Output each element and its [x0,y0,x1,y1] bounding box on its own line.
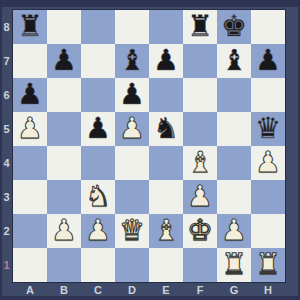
piece-white-king: ♚ [187,214,213,247]
piece-white-pawn: ♟ [119,112,145,145]
square-a4[interactable] [13,146,47,180]
square-a7[interactable] [13,44,47,78]
square-e5[interactable]: ♞ [149,112,183,146]
file-label-b: B [47,282,81,298]
square-b4[interactable] [47,146,81,180]
square-c2[interactable]: ♟ [81,214,115,248]
square-e3[interactable] [149,180,183,214]
piece-white-pawn: ♟ [51,214,77,247]
piece-black-pawn: ♟ [51,44,77,77]
piece-black-bishop: ♝ [221,44,247,77]
square-a2[interactable] [13,214,47,248]
square-f1[interactable] [183,248,217,282]
piece-black-knight: ♞ [153,112,179,145]
square-a6[interactable]: ♟ [13,78,47,112]
square-h3[interactable] [251,180,285,214]
square-d6[interactable]: ♟ [115,78,149,112]
square-e7[interactable]: ♟ [149,44,183,78]
square-e6[interactable] [149,78,183,112]
piece-white-rook: ♜ [221,248,247,281]
piece-black-king: ♚ [221,10,247,43]
rank-labels: 87654321 [0,10,13,282]
square-g5[interactable] [217,112,251,146]
piece-white-bishop: ♝ [153,214,179,247]
square-h8[interactable] [251,10,285,44]
square-h7[interactable]: ♟ [251,44,285,78]
piece-black-queen: ♛ [255,112,281,145]
square-a3[interactable] [13,180,47,214]
square-b5[interactable] [47,112,81,146]
square-h1[interactable]: ♜ [251,248,285,282]
piece-white-queen: ♛ [119,214,145,247]
rank-label-7: 7 [0,44,13,78]
square-h6[interactable] [251,78,285,112]
square-e4[interactable] [149,146,183,180]
file-labels: ABCDEFGH [13,282,285,298]
square-c6[interactable] [81,78,115,112]
rank-label-4: 4 [0,146,13,180]
piece-black-pawn: ♟ [119,78,145,111]
piece-black-rook: ♜ [17,10,43,43]
square-e2[interactable]: ♝ [149,214,183,248]
square-e1[interactable] [149,248,183,282]
square-f5[interactable] [183,112,217,146]
piece-white-rook: ♜ [255,248,281,281]
file-label-c: C [81,282,115,298]
piece-black-pawn: ♟ [85,112,111,145]
square-b6[interactable] [47,78,81,112]
piece-black-pawn: ♟ [17,78,43,111]
square-c5[interactable]: ♟ [81,112,115,146]
square-a8[interactable]: ♜ [13,10,47,44]
rank-label-3: 3 [0,180,13,214]
square-c4[interactable] [81,146,115,180]
square-e8[interactable] [149,10,183,44]
square-h4[interactable]: ♟ [251,146,285,180]
square-d1[interactable] [115,248,149,282]
square-d2[interactable]: ♛ [115,214,149,248]
square-c8[interactable] [81,10,115,44]
square-d7[interactable]: ♝ [115,44,149,78]
piece-black-pawn: ♟ [255,44,281,77]
square-h5[interactable]: ♛ [251,112,285,146]
square-c3[interactable]: ♞ [81,180,115,214]
file-label-h: H [251,282,285,298]
piece-white-pawn: ♟ [85,214,111,247]
square-f7[interactable] [183,44,217,78]
square-g3[interactable] [217,180,251,214]
file-label-g: G [217,282,251,298]
chess-diagram: 87654321 ♜♜♚♟♝♟♝♟♟♟♟♟♟♞♛♝♟♞♟♟♟♛♝♚♟♜♜ ABC… [0,0,300,300]
square-a1[interactable] [13,248,47,282]
file-label-a: A [13,282,47,298]
rank-label-1: 1 [0,248,13,282]
rank-label-2: 2 [0,214,13,248]
square-d8[interactable] [115,10,149,44]
file-label-e: E [149,282,183,298]
piece-black-bishop: ♝ [119,44,145,77]
square-g7[interactable]: ♝ [217,44,251,78]
piece-white-pawn: ♟ [255,146,281,179]
square-g8[interactable]: ♚ [217,10,251,44]
square-c1[interactable] [81,248,115,282]
square-g1[interactable]: ♜ [217,248,251,282]
square-d5[interactable]: ♟ [115,112,149,146]
piece-white-bishop: ♝ [187,146,213,179]
square-b2[interactable]: ♟ [47,214,81,248]
square-b3[interactable] [47,180,81,214]
chess-board: ♜♜♚♟♝♟♝♟♟♟♟♟♟♞♛♝♟♞♟♟♟♛♝♚♟♜♜ [13,10,285,282]
square-f2[interactable]: ♚ [183,214,217,248]
square-g4[interactable] [217,146,251,180]
square-a5[interactable]: ♟ [13,112,47,146]
square-b8[interactable] [47,10,81,44]
square-f3[interactable]: ♟ [183,180,217,214]
square-g2[interactable]: ♟ [217,214,251,248]
rank-label-5: 5 [0,112,13,146]
square-b7[interactable]: ♟ [47,44,81,78]
file-label-d: D [115,282,149,298]
piece-white-pawn: ♟ [187,180,213,213]
square-f4[interactable]: ♝ [183,146,217,180]
square-d4[interactable] [115,146,149,180]
square-d3[interactable] [115,180,149,214]
square-c7[interactable] [81,44,115,78]
rank-label-8: 8 [0,10,13,44]
square-b1[interactable] [47,248,81,282]
rank-label-6: 6 [0,78,13,112]
file-label-f: F [183,282,217,298]
piece-black-pawn: ♟ [153,44,179,77]
piece-black-rook: ♜ [187,10,213,43]
square-f6[interactable] [183,78,217,112]
square-f8[interactable]: ♜ [183,10,217,44]
square-h2[interactable] [251,214,285,248]
piece-white-pawn: ♟ [17,112,43,145]
piece-white-knight: ♞ [85,180,111,213]
square-g6[interactable] [217,78,251,112]
piece-white-pawn: ♟ [221,214,247,247]
